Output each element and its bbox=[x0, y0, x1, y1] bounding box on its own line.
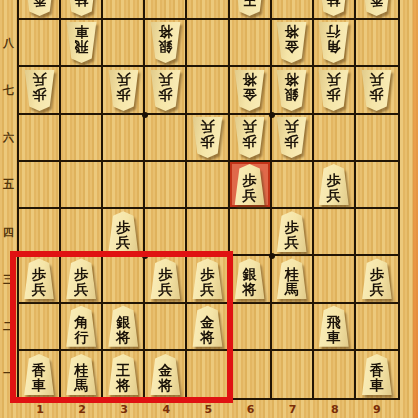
sente-lance-glyph: 香車 bbox=[23, 354, 56, 395]
gote-pawn-glyph: 歩兵 bbox=[23, 70, 56, 111]
piece-pawn-sente[interactable]: 歩兵 bbox=[360, 258, 393, 299]
gote-silver-glyph: 銀将 bbox=[275, 70, 308, 111]
piece-lance-gote[interactable]: 香車 bbox=[360, 0, 393, 16]
shogi-app-canvas: 香車桂馬王将桂馬香車飛車銀将金将角行歩兵歩兵歩兵金将銀将歩兵歩兵歩兵歩兵歩兵歩兵… bbox=[0, 0, 418, 418]
gote-pawn-glyph: 歩兵 bbox=[107, 70, 140, 111]
gote-lance-glyph: 香車 bbox=[23, 0, 56, 16]
piece-pawn-sente[interactable]: 歩兵 bbox=[65, 258, 98, 299]
file-label-3: 3 bbox=[116, 403, 132, 416]
gote-knight-glyph: 桂馬 bbox=[317, 0, 350, 16]
board-cell-3-5[interactable] bbox=[103, 162, 145, 209]
sente-lance-glyph: 香車 bbox=[360, 354, 393, 395]
board-cell-7-4[interactable]: 歩兵 bbox=[272, 209, 314, 256]
board-cell-7-8[interactable]: 金将 bbox=[272, 20, 314, 67]
piece-pawn-sente[interactable]: 歩兵 bbox=[23, 258, 56, 299]
rank-label-二: 二 bbox=[1, 320, 16, 334]
board-cell-9-1[interactable]: 香車 bbox=[356, 351, 398, 398]
piece-knight-sente[interactable]: 桂馬 bbox=[275, 258, 308, 299]
board-cell-1-8[interactable] bbox=[19, 20, 61, 67]
sente-pawn-glyph: 歩兵 bbox=[317, 164, 350, 205]
sente-pawn-glyph: 歩兵 bbox=[233, 164, 266, 205]
sente-pawn-glyph: 歩兵 bbox=[275, 211, 308, 252]
star-point bbox=[142, 112, 148, 118]
gote-pawn-glyph: 歩兵 bbox=[149, 70, 182, 111]
file-label-6: 6 bbox=[243, 403, 259, 416]
board-cell-2-6[interactable] bbox=[61, 115, 103, 162]
sente-pawn-glyph: 歩兵 bbox=[23, 258, 56, 299]
sente-rook-glyph: 飛車 bbox=[317, 306, 350, 347]
piece-silver-sente[interactable]: 銀将 bbox=[233, 258, 266, 299]
board-cell-3-4[interactable]: 歩兵 bbox=[103, 209, 145, 256]
board-cell-1-2[interactable] bbox=[19, 304, 61, 351]
piece-pawn-gote[interactable]: 歩兵 bbox=[233, 117, 266, 158]
board-cell-3-6[interactable] bbox=[103, 115, 145, 162]
piece-bishop-gote[interactable]: 角行 bbox=[317, 22, 350, 63]
file-label-8: 8 bbox=[327, 403, 343, 416]
board-cell-2-8[interactable]: 飛車 bbox=[61, 20, 103, 67]
board-cell-9-2[interactable] bbox=[356, 304, 398, 351]
board-cell-1-5[interactable] bbox=[19, 162, 61, 209]
piece-pawn-sente[interactable]: 歩兵 bbox=[275, 211, 308, 252]
piece-pawn-gote[interactable]: 歩兵 bbox=[191, 117, 224, 158]
board-cell-1-9[interactable]: 香車 bbox=[19, 0, 61, 20]
board-cell-4-3[interactable]: 歩兵 bbox=[145, 256, 187, 303]
board-cell-4-6[interactable] bbox=[145, 115, 187, 162]
board-cell-5-6[interactable]: 歩兵 bbox=[187, 115, 229, 162]
board-cell-9-7[interactable]: 歩兵 bbox=[356, 67, 398, 114]
gote-gold-glyph: 金将 bbox=[275, 22, 308, 63]
piece-pawn-gote[interactable]: 歩兵 bbox=[317, 70, 350, 111]
board-cell-8-5[interactable]: 歩兵 bbox=[314, 162, 356, 209]
board-cell-9-4[interactable] bbox=[356, 209, 398, 256]
board-cell-6-3[interactable]: 銀将 bbox=[230, 256, 272, 303]
board-cell-6-8[interactable] bbox=[230, 20, 272, 67]
piece-lance-sente[interactable]: 香車 bbox=[360, 354, 393, 395]
piece-pawn-gote[interactable]: 歩兵 bbox=[107, 70, 140, 111]
board-cell-1-3[interactable]: 歩兵 bbox=[19, 256, 61, 303]
board-cell-9-5[interactable] bbox=[356, 162, 398, 209]
gote-pawn-glyph: 歩兵 bbox=[275, 117, 308, 158]
piece-gold-sente[interactable]: 金将 bbox=[191, 306, 224, 347]
sente-knight-glyph: 桂馬 bbox=[65, 354, 98, 395]
board-cell-7-3[interactable]: 桂馬 bbox=[272, 256, 314, 303]
piece-king-sente[interactable]: 王将 bbox=[107, 354, 140, 395]
board-cell-3-1[interactable]: 王将 bbox=[103, 351, 145, 398]
sente-pawn-glyph: 歩兵 bbox=[191, 258, 224, 299]
rank-label-三: 三 bbox=[1, 273, 16, 287]
gote-pawn-glyph: 歩兵 bbox=[360, 70, 393, 111]
piece-lance-gote[interactable]: 香車 bbox=[23, 0, 56, 16]
piece-pawn-sente[interactable]: 歩兵 bbox=[317, 164, 350, 205]
gote-silver-glyph: 銀将 bbox=[149, 22, 182, 63]
board-cell-6-5-highlighted[interactable]: 歩兵 bbox=[230, 162, 272, 209]
board-cell-7-6[interactable]: 歩兵 bbox=[272, 115, 314, 162]
board-cell-2-5[interactable] bbox=[61, 162, 103, 209]
piece-king-gote[interactable]: 王将 bbox=[233, 0, 266, 16]
file-label-4: 4 bbox=[158, 403, 174, 416]
board-cell-5-8[interactable] bbox=[187, 20, 229, 67]
sente-king-glyph: 王将 bbox=[107, 354, 140, 395]
piece-pawn-gote[interactable]: 歩兵 bbox=[149, 70, 182, 111]
sente-pawn-glyph: 歩兵 bbox=[107, 211, 140, 252]
sente-bishop-glyph: 角行 bbox=[65, 306, 98, 347]
board-cell-3-8[interactable] bbox=[103, 20, 145, 67]
board-cell-7-7[interactable]: 銀将 bbox=[272, 67, 314, 114]
rank-label-六: 六 bbox=[1, 131, 16, 145]
board-cell-1-7[interactable]: 歩兵 bbox=[19, 67, 61, 114]
star-point bbox=[269, 253, 275, 259]
piece-silver-sente[interactable]: 銀将 bbox=[107, 306, 140, 347]
board-cell-7-2[interactable] bbox=[272, 304, 314, 351]
sente-silver-glyph: 銀将 bbox=[233, 258, 266, 299]
gote-gold-glyph: 金将 bbox=[233, 70, 266, 111]
piece-rook-gote[interactable]: 飛車 bbox=[65, 22, 98, 63]
board-cell-7-9[interactable] bbox=[272, 0, 314, 20]
piece-silver-gote[interactable]: 銀将 bbox=[149, 22, 182, 63]
piece-pawn-gote[interactable]: 歩兵 bbox=[360, 70, 393, 111]
file-label-7: 7 bbox=[285, 403, 301, 416]
gote-pawn-glyph: 歩兵 bbox=[317, 70, 350, 111]
board-cell-5-4[interactable] bbox=[187, 209, 229, 256]
board-cell-6-1[interactable] bbox=[230, 351, 272, 398]
board-cell-6-2[interactable] bbox=[230, 304, 272, 351]
gote-bishop-glyph: 角行 bbox=[317, 22, 350, 63]
board-cell-5-7[interactable] bbox=[187, 67, 229, 114]
sente-silver-glyph: 銀将 bbox=[107, 306, 140, 347]
board-cell-5-1[interactable] bbox=[187, 351, 229, 398]
board-cell-2-3[interactable]: 歩兵 bbox=[61, 256, 103, 303]
board-cell-6-6[interactable]: 歩兵 bbox=[230, 115, 272, 162]
board-cell-8-6[interactable] bbox=[314, 115, 356, 162]
file-label-2: 2 bbox=[74, 403, 90, 416]
window-edge-strip bbox=[413, 0, 418, 418]
board-cell-6-7[interactable]: 金将 bbox=[230, 67, 272, 114]
board-cell-8-4[interactable] bbox=[314, 209, 356, 256]
board-cell-5-9[interactable] bbox=[187, 0, 229, 20]
board-cell-2-4[interactable] bbox=[61, 209, 103, 256]
board-cell-8-1[interactable] bbox=[314, 351, 356, 398]
board-cell-9-3[interactable]: 歩兵 bbox=[356, 256, 398, 303]
board-cell-1-1[interactable]: 香車 bbox=[19, 351, 61, 398]
shogi-board: 香車桂馬王将桂馬香車飛車銀将金将角行歩兵歩兵歩兵金将銀将歩兵歩兵歩兵歩兵歩兵歩兵… bbox=[17, 0, 400, 400]
board-cell-2-2[interactable]: 角行 bbox=[61, 304, 103, 351]
gote-pawn-glyph: 歩兵 bbox=[233, 117, 266, 158]
board-cell-9-9[interactable]: 香車 bbox=[356, 0, 398, 20]
board-cell-8-2[interactable]: 飛車 bbox=[314, 304, 356, 351]
board-cell-9-8[interactable] bbox=[356, 20, 398, 67]
board-cell-7-1[interactable] bbox=[272, 351, 314, 398]
board-cell-7-5[interactable] bbox=[272, 162, 314, 209]
gote-king-glyph: 王将 bbox=[233, 0, 266, 16]
board-cell-4-8[interactable]: 銀将 bbox=[145, 20, 187, 67]
piece-lance-sente[interactable]: 香車 bbox=[23, 354, 56, 395]
rank-label-一: 一 bbox=[1, 367, 16, 381]
piece-silver-gote[interactable]: 銀将 bbox=[275, 70, 308, 111]
board-cell-5-3[interactable]: 歩兵 bbox=[187, 256, 229, 303]
file-label-5: 5 bbox=[200, 403, 216, 416]
star-point bbox=[142, 253, 148, 259]
board-cell-6-9[interactable]: 王将 bbox=[230, 0, 272, 20]
sente-gold-glyph: 金将 bbox=[191, 306, 224, 347]
sente-pawn-glyph: 歩兵 bbox=[65, 258, 98, 299]
rank-label-五: 五 bbox=[1, 178, 16, 192]
board-cell-5-2[interactable]: 金将 bbox=[187, 304, 229, 351]
file-label-9: 9 bbox=[369, 403, 385, 416]
sente-pawn-glyph: 歩兵 bbox=[360, 258, 393, 299]
piece-pawn-sente[interactable]: 歩兵 bbox=[107, 211, 140, 252]
piece-pawn-sente[interactable]: 歩兵 bbox=[149, 258, 182, 299]
piece-knight-gote[interactable]: 桂馬 bbox=[317, 0, 350, 16]
rank-label-四: 四 bbox=[1, 226, 16, 240]
piece-bishop-sente[interactable]: 角行 bbox=[65, 306, 98, 347]
board-cell-6-4[interactable] bbox=[230, 209, 272, 256]
board-cell-3-9[interactable] bbox=[103, 0, 145, 20]
star-point bbox=[269, 112, 275, 118]
sente-pawn-glyph: 歩兵 bbox=[149, 258, 182, 299]
piece-knight-gote[interactable]: 桂馬 bbox=[65, 0, 98, 16]
piece-pawn-sente[interactable]: 歩兵 bbox=[233, 164, 266, 205]
board-cell-9-6[interactable] bbox=[356, 115, 398, 162]
rank-label-八: 八 bbox=[1, 37, 16, 51]
board-cell-2-9[interactable]: 桂馬 bbox=[61, 0, 103, 20]
board-cell-1-6[interactable] bbox=[19, 115, 61, 162]
piece-pawn-sente[interactable]: 歩兵 bbox=[191, 258, 224, 299]
gote-rook-glyph: 飛車 bbox=[65, 22, 98, 63]
board-cell-3-7[interactable]: 歩兵 bbox=[103, 67, 145, 114]
piece-gold-sente[interactable]: 金将 bbox=[149, 354, 182, 395]
board-cell-8-9[interactable]: 桂馬 bbox=[314, 0, 356, 20]
board-cell-3-3[interactable] bbox=[103, 256, 145, 303]
gote-pawn-glyph: 歩兵 bbox=[191, 117, 224, 158]
rank-label-七: 七 bbox=[1, 84, 16, 98]
board-cell-8-3[interactable] bbox=[314, 256, 356, 303]
board-cell-4-1[interactable]: 金将 bbox=[145, 351, 187, 398]
piece-pawn-gote[interactable]: 歩兵 bbox=[275, 117, 308, 158]
board-cell-5-5[interactable] bbox=[187, 162, 229, 209]
board-cell-8-8[interactable]: 角行 bbox=[314, 20, 356, 67]
board-cell-4-4[interactable] bbox=[145, 209, 187, 256]
board-cell-2-1[interactable]: 桂馬 bbox=[61, 351, 103, 398]
board-cell-8-7[interactable]: 歩兵 bbox=[314, 67, 356, 114]
board-cell-3-2[interactable]: 銀将 bbox=[103, 304, 145, 351]
board-cell-4-7[interactable]: 歩兵 bbox=[145, 67, 187, 114]
board-cell-2-7[interactable] bbox=[61, 67, 103, 114]
board-cell-4-9[interactable] bbox=[145, 0, 187, 20]
piece-knight-sente[interactable]: 桂馬 bbox=[65, 354, 98, 395]
sente-gold-glyph: 金将 bbox=[149, 354, 182, 395]
piece-gold-gote[interactable]: 金将 bbox=[275, 22, 308, 63]
piece-gold-gote[interactable]: 金将 bbox=[233, 70, 266, 111]
gote-knight-glyph: 桂馬 bbox=[65, 0, 98, 16]
board-cell-4-5[interactable] bbox=[145, 162, 187, 209]
board-cell-4-2[interactable] bbox=[145, 304, 187, 351]
sente-knight-glyph: 桂馬 bbox=[275, 258, 308, 299]
board-cell-1-4[interactable] bbox=[19, 209, 61, 256]
file-label-1: 1 bbox=[32, 403, 48, 416]
gote-lance-glyph: 香車 bbox=[360, 0, 393, 16]
piece-pawn-gote[interactable]: 歩兵 bbox=[23, 70, 56, 111]
piece-rook-sente[interactable]: 飛車 bbox=[317, 306, 350, 347]
